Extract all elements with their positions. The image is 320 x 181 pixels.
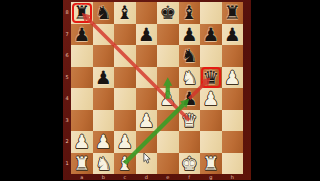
square-f2[interactable] — [179, 131, 201, 153]
black-pawn-d7[interactable]: ♟ — [136, 24, 158, 46]
square-f5[interactable]: ♞ — [179, 67, 201, 89]
black-rook-a8[interactable]: ♜ — [71, 2, 93, 24]
square-f6[interactable]: ♞ — [179, 45, 201, 67]
square-g3[interactable] — [200, 110, 222, 132]
square-e8[interactable]: ♚ — [157, 2, 179, 24]
square-b8[interactable]: ♞ — [93, 2, 115, 24]
rank-label-8: 8 — [63, 2, 71, 24]
white-rook-g1[interactable]: ♜ — [200, 153, 222, 175]
square-f7[interactable]: ♟ — [179, 24, 201, 46]
black-king-e8[interactable]: ♚ — [157, 2, 179, 24]
square-d6[interactable] — [136, 45, 158, 67]
square-f3[interactable]: ♛ — [179, 110, 201, 132]
square-g1[interactable]: ♜ — [200, 153, 222, 175]
rank-label-4: 4 — [63, 88, 71, 110]
white-pawn-a2[interactable]: ♟ — [71, 131, 93, 153]
square-h8[interactable]: ♜ — [222, 2, 244, 24]
square-g6[interactable] — [200, 45, 222, 67]
square-c3[interactable] — [114, 110, 136, 132]
white-pawn-b2[interactable]: ♟ — [93, 131, 115, 153]
white-bishop-c1[interactable]: ♝ — [114, 153, 136, 175]
square-h4[interactable] — [222, 88, 244, 110]
black-pawn-f4[interactable]: ♟ — [179, 88, 201, 110]
square-f1[interactable]: ♚ — [179, 153, 201, 175]
square-b5[interactable]: ♟ — [93, 67, 115, 89]
square-h5[interactable]: ♟ — [222, 67, 244, 89]
square-e7[interactable] — [157, 24, 179, 46]
black-pawn-b5[interactable]: ♟ — [93, 67, 115, 89]
square-b4[interactable] — [93, 88, 115, 110]
square-a5[interactable] — [71, 67, 93, 89]
square-h7[interactable]: ♟ — [222, 24, 244, 46]
square-e5[interactable] — [157, 67, 179, 89]
chess-board: ♜♞♝♚♝♜♟♟♟♟♟♞♟♞♛♟♟♟♟♟♛♟♟♟♜♞♝♚♜ — [71, 2, 243, 174]
file-label-g: g — [200, 174, 222, 181]
square-c5[interactable] — [114, 67, 136, 89]
white-pawn-d3[interactable]: ♟ — [136, 110, 158, 132]
square-d8[interactable] — [136, 2, 158, 24]
square-c2[interactable]: ♟ — [114, 131, 136, 153]
square-g8[interactable] — [200, 2, 222, 24]
black-pawn-h7[interactable]: ♟ — [222, 24, 244, 46]
square-g2[interactable] — [200, 131, 222, 153]
square-d3[interactable]: ♟ — [136, 110, 158, 132]
square-e3[interactable] — [157, 110, 179, 132]
black-queen-g5[interactable]: ♛ — [200, 67, 222, 89]
square-a1[interactable]: ♜ — [71, 153, 93, 175]
black-pawn-g7[interactable]: ♟ — [200, 24, 222, 46]
square-e2[interactable] — [157, 131, 179, 153]
square-b2[interactable]: ♟ — [93, 131, 115, 153]
black-knight-f6[interactable]: ♞ — [179, 45, 201, 67]
file-label-c: c — [114, 174, 136, 181]
square-c7[interactable] — [114, 24, 136, 46]
file-label-d: d — [136, 174, 158, 181]
rank-label-2: 2 — [63, 131, 71, 153]
square-d4[interactable] — [136, 88, 158, 110]
square-e4[interactable]: ♟ — [157, 88, 179, 110]
rank-label-5: 5 — [63, 67, 71, 89]
square-h2[interactable] — [222, 131, 244, 153]
square-g4[interactable]: ♟ — [200, 88, 222, 110]
file-label-e: e — [157, 174, 179, 181]
square-f8[interactable]: ♝ — [179, 2, 201, 24]
chess-board-frame: ♜♞♝♚♝♜♟♟♟♟♟♞♟♞♛♟♟♟♟♟♛♟♟♟♜♞♝♚♜ 87654321ab… — [63, 0, 251, 180]
square-a6[interactable] — [71, 45, 93, 67]
square-a2[interactable]: ♟ — [71, 131, 93, 153]
black-bishop-c8[interactable]: ♝ — [114, 2, 136, 24]
white-knight-b1[interactable]: ♞ — [93, 153, 115, 175]
square-e1[interactable] — [157, 153, 179, 175]
black-pawn-f7[interactable]: ♟ — [179, 24, 201, 46]
file-label-h: h — [222, 174, 244, 181]
square-a8[interactable]: ♜ — [71, 2, 93, 24]
rank-label-7: 7 — [63, 24, 71, 46]
square-h6[interactable] — [222, 45, 244, 67]
file-label-a: a — [71, 174, 93, 181]
white-pawn-h5[interactable]: ♟ — [222, 67, 244, 89]
rank-label-3: 3 — [63, 110, 71, 132]
square-b7[interactable] — [93, 24, 115, 46]
square-a7[interactable]: ♟ — [71, 24, 93, 46]
square-c6[interactable] — [114, 45, 136, 67]
square-e6[interactable] — [157, 45, 179, 67]
square-c4[interactable] — [114, 88, 136, 110]
black-bishop-f8[interactable]: ♝ — [179, 2, 201, 24]
square-b6[interactable] — [93, 45, 115, 67]
square-b3[interactable] — [93, 110, 115, 132]
square-f4[interactable]: ♟ — [179, 88, 201, 110]
white-king-f1[interactable]: ♚ — [179, 153, 201, 175]
white-queen-f3[interactable]: ♛ — [179, 110, 201, 132]
white-pawn-e4[interactable]: ♟ — [157, 88, 179, 110]
rank-label-6: 6 — [63, 45, 71, 67]
file-label-b: b — [93, 174, 115, 181]
square-h1[interactable] — [222, 153, 244, 175]
black-rook-h8[interactable]: ♜ — [222, 2, 244, 24]
square-a3[interactable] — [71, 110, 93, 132]
square-c1[interactable]: ♝ — [114, 153, 136, 175]
square-g7[interactable]: ♟ — [200, 24, 222, 46]
black-pawn-a7[interactable]: ♟ — [71, 24, 93, 46]
square-g5[interactable]: ♛ — [200, 67, 222, 89]
rank-label-1: 1 — [63, 153, 71, 175]
square-a4[interactable] — [71, 88, 93, 110]
file-label-f: f — [179, 174, 201, 181]
chess-scene: ♜♞♝♚♝♜♟♟♟♟♟♞♟♞♛♟♟♟♟♟♛♟♟♟♜♞♝♚♜ 87654321ab… — [0, 0, 320, 180]
square-d2[interactable] — [136, 131, 158, 153]
white-pawn-c2[interactable]: ♟ — [114, 131, 136, 153]
square-b1[interactable]: ♞ — [93, 153, 115, 175]
square-c8[interactable]: ♝ — [114, 2, 136, 24]
square-d5[interactable] — [136, 67, 158, 89]
square-d7[interactable]: ♟ — [136, 24, 158, 46]
white-knight-f5[interactable]: ♞ — [179, 67, 201, 89]
white-pawn-g4[interactable]: ♟ — [200, 88, 222, 110]
square-h3[interactable] — [222, 110, 244, 132]
square-d1[interactable] — [136, 153, 158, 175]
black-knight-b8[interactable]: ♞ — [93, 2, 115, 24]
white-rook-a1[interactable]: ♜ — [71, 153, 93, 175]
